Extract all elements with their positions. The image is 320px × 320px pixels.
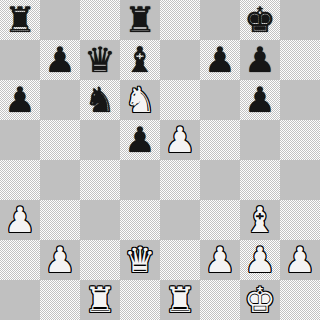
piece-white-pawn: ♟ — [244, 240, 275, 280]
square-h6[interactable] — [280, 80, 320, 120]
piece-white-bishop: ♝ — [244, 200, 275, 240]
square-e4[interactable] — [160, 160, 200, 200]
square-a7[interactable] — [0, 40, 40, 80]
piece-white-pawn: ♟ — [44, 240, 75, 280]
square-b4[interactable] — [40, 160, 80, 200]
square-a3[interactable]: ♟ — [0, 200, 40, 240]
square-f7[interactable]: ♟ — [200, 40, 240, 80]
square-g6[interactable]: ♟ — [240, 80, 280, 120]
square-c2[interactable] — [80, 240, 120, 280]
square-g1[interactable]: ♚ — [240, 280, 280, 320]
square-g7[interactable]: ♟ — [240, 40, 280, 80]
square-h5[interactable] — [280, 120, 320, 160]
square-a1[interactable] — [0, 280, 40, 320]
chess-board: ♜♜♚♟♛♝♟♟♟♞♞♟♟♟♟♝♟♛♟♟♟♜♜♚ — [0, 0, 320, 320]
piece-black-pawn: ♟ — [244, 40, 275, 80]
piece-white-rook: ♜ — [84, 280, 115, 320]
square-b8[interactable] — [40, 0, 80, 40]
square-c4[interactable] — [80, 160, 120, 200]
square-g8[interactable]: ♚ — [240, 0, 280, 40]
square-d2[interactable]: ♛ — [120, 240, 160, 280]
square-b1[interactable] — [40, 280, 80, 320]
square-f8[interactable] — [200, 0, 240, 40]
square-f4[interactable] — [200, 160, 240, 200]
square-h2[interactable]: ♟ — [280, 240, 320, 280]
piece-black-pawn: ♟ — [4, 80, 35, 120]
square-c8[interactable] — [80, 0, 120, 40]
square-g4[interactable] — [240, 160, 280, 200]
piece-black-pawn: ♟ — [204, 40, 235, 80]
square-g3[interactable]: ♝ — [240, 200, 280, 240]
square-a8[interactable]: ♜ — [0, 0, 40, 40]
piece-white-knight: ♞ — [124, 80, 155, 120]
square-c6[interactable]: ♞ — [80, 80, 120, 120]
square-c7[interactable]: ♛ — [80, 40, 120, 80]
piece-black-rook: ♜ — [4, 0, 35, 40]
square-a6[interactable]: ♟ — [0, 80, 40, 120]
square-f3[interactable] — [200, 200, 240, 240]
piece-white-rook: ♜ — [164, 280, 195, 320]
square-f2[interactable]: ♟ — [200, 240, 240, 280]
square-h7[interactable] — [280, 40, 320, 80]
square-h4[interactable] — [280, 160, 320, 200]
square-a5[interactable] — [0, 120, 40, 160]
piece-black-pawn: ♟ — [44, 40, 75, 80]
square-b7[interactable]: ♟ — [40, 40, 80, 80]
square-d8[interactable]: ♜ — [120, 0, 160, 40]
square-c5[interactable] — [80, 120, 120, 160]
square-b6[interactable] — [40, 80, 80, 120]
piece-black-pawn: ♟ — [244, 80, 275, 120]
piece-black-knight: ♞ — [84, 80, 115, 120]
piece-black-bishop: ♝ — [124, 40, 155, 80]
square-c1[interactable]: ♜ — [80, 280, 120, 320]
piece-white-pawn: ♟ — [4, 200, 35, 240]
square-e5[interactable]: ♟ — [160, 120, 200, 160]
square-a4[interactable] — [0, 160, 40, 200]
piece-black-pawn: ♟ — [124, 120, 155, 160]
square-h8[interactable] — [280, 0, 320, 40]
square-e8[interactable] — [160, 0, 200, 40]
piece-white-pawn: ♟ — [284, 240, 315, 280]
piece-white-queen: ♛ — [124, 240, 155, 280]
square-f5[interactable] — [200, 120, 240, 160]
square-d1[interactable] — [120, 280, 160, 320]
square-b3[interactable] — [40, 200, 80, 240]
square-d4[interactable] — [120, 160, 160, 200]
square-e1[interactable]: ♜ — [160, 280, 200, 320]
square-b5[interactable] — [40, 120, 80, 160]
square-g5[interactable] — [240, 120, 280, 160]
square-e2[interactable] — [160, 240, 200, 280]
square-d5[interactable]: ♟ — [120, 120, 160, 160]
square-d3[interactable] — [120, 200, 160, 240]
square-e6[interactable] — [160, 80, 200, 120]
square-c3[interactable] — [80, 200, 120, 240]
square-g2[interactable]: ♟ — [240, 240, 280, 280]
piece-black-king: ♚ — [244, 0, 275, 40]
piece-white-pawn: ♟ — [164, 120, 195, 160]
square-e7[interactable] — [160, 40, 200, 80]
square-e3[interactable] — [160, 200, 200, 240]
square-d6[interactable]: ♞ — [120, 80, 160, 120]
square-d7[interactable]: ♝ — [120, 40, 160, 80]
piece-black-queen: ♛ — [84, 40, 115, 80]
square-f6[interactable] — [200, 80, 240, 120]
square-h3[interactable] — [280, 200, 320, 240]
piece-white-pawn: ♟ — [204, 240, 235, 280]
square-a2[interactable] — [0, 240, 40, 280]
piece-black-rook: ♜ — [124, 0, 155, 40]
square-f1[interactable] — [200, 280, 240, 320]
square-h1[interactable] — [280, 280, 320, 320]
piece-white-king: ♚ — [244, 280, 275, 320]
square-b2[interactable]: ♟ — [40, 240, 80, 280]
